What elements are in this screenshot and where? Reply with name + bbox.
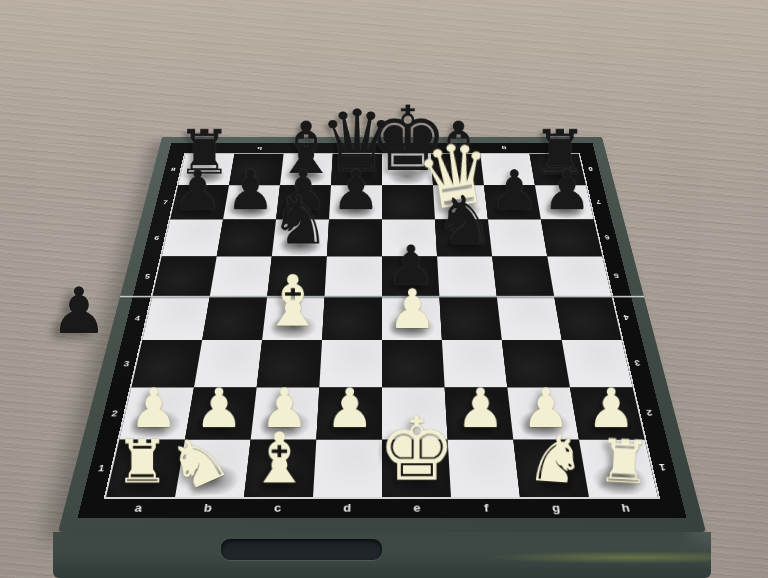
file-label-f: f — [451, 497, 522, 518]
square-b2 — [185, 388, 257, 440]
square-c1 — [244, 440, 316, 497]
file-label-d: d — [333, 143, 382, 153]
square-g5 — [492, 256, 554, 296]
square-e7 — [382, 185, 435, 219]
square-g1 — [513, 440, 589, 497]
file-label-c: c — [242, 497, 313, 518]
file-label-b: b — [171, 497, 244, 518]
file-label-g: g — [479, 143, 529, 153]
square-b1 — [175, 440, 251, 497]
square-d3 — [319, 340, 382, 388]
file-label-b: b — [235, 143, 285, 153]
file-labels-top: abcdefgh — [185, 143, 578, 153]
square-h4 — [554, 297, 621, 341]
square-a2 — [119, 388, 194, 440]
square-h7 — [535, 185, 594, 219]
file-label-d: d — [312, 497, 382, 518]
square-e2 — [382, 388, 448, 440]
square-c4 — [262, 297, 324, 341]
square-d8 — [331, 154, 382, 186]
square-b5 — [210, 256, 272, 296]
square-a7 — [170, 185, 229, 219]
square-g4 — [497, 297, 562, 341]
square-g2 — [507, 388, 579, 440]
square-e5 — [382, 256, 439, 296]
file-label-e: e — [382, 143, 431, 153]
square-b6 — [217, 220, 276, 257]
square-a4 — [142, 297, 209, 341]
square-b3 — [194, 340, 262, 388]
square-h8 — [529, 154, 585, 186]
square-c7 — [276, 185, 331, 219]
square-c8 — [280, 154, 333, 186]
file-label-e: e — [382, 497, 452, 518]
file-labels-bottom: abcdefgh — [101, 497, 662, 518]
square-e6 — [382, 220, 437, 257]
square-e8 — [382, 154, 433, 186]
file-label-f: f — [431, 143, 481, 153]
clasp-notch — [221, 539, 382, 560]
square-c2 — [251, 388, 320, 440]
square-f8 — [431, 154, 484, 186]
chess-board: ♜♝♛♚♝♜♟♟♟♟♛♟♟♞♞♟♝♟♟♟♟♟♟♟♟♜♞♝♚♞♜ abcdefgh… — [58, 0, 706, 532]
square-b8 — [229, 154, 284, 186]
square-d5 — [325, 256, 382, 296]
play-area: ♜♝♛♚♝♜♟♟♟♟♛♟♟♞♞♟♝♟♟♟♟♟♟♟♟♜♞♝♚♞♜ — [106, 154, 658, 497]
square-f3 — [442, 340, 507, 388]
square-f6 — [435, 220, 492, 257]
square-b7 — [223, 185, 280, 219]
square-g7 — [484, 185, 541, 219]
board-label-frame: ♜♝♛♚♝♜♟♟♟♟♛♟♟♞♞♟♝♟♟♟♟♟♟♟♟♜♞♝♚♞♜ abcdefgh… — [78, 143, 687, 517]
square-f1 — [448, 440, 520, 497]
square-e1 — [382, 440, 451, 497]
square-f4 — [439, 297, 501, 341]
square-h5 — [547, 256, 611, 296]
square-d2 — [316, 388, 382, 440]
wooden-table-surface: { "game": "chess", "scene": "overhead ph… — [0, 0, 768, 578]
file-label-g: g — [520, 497, 593, 518]
square-e3 — [382, 340, 445, 388]
chess-scene: ♟ ♜♝♛♚♝♜♟♟♟♟♛♟♟♞♞♟♝♟♟♟♟♟♟♟♟♜♞♝♚♞♜ abcdef… — [0, 0, 768, 578]
square-c3 — [257, 340, 322, 388]
square-f2 — [445, 388, 514, 440]
square-d7 — [329, 185, 382, 219]
square-h6 — [541, 220, 602, 257]
hinge-fold-line — [120, 296, 645, 298]
file-label-h: h — [528, 143, 579, 153]
square-f5 — [437, 256, 497, 296]
square-f7 — [433, 185, 488, 219]
file-label-h: h — [589, 497, 663, 518]
square-d6 — [327, 220, 382, 257]
square-b4 — [202, 297, 267, 341]
file-label-a: a — [185, 143, 236, 153]
square-a3 — [131, 340, 202, 388]
file-label-c: c — [284, 143, 334, 153]
square-a8 — [178, 154, 234, 186]
file-label-a: a — [101, 497, 175, 518]
square-d4 — [322, 297, 382, 341]
square-h3 — [562, 340, 633, 388]
square-e4 — [382, 297, 442, 341]
square-g6 — [488, 220, 547, 257]
square-a6 — [162, 220, 223, 257]
square-g8 — [480, 154, 535, 186]
square-a1 — [106, 440, 185, 497]
square-d1 — [313, 440, 382, 497]
board-frame: ♜♝♛♚♝♜♟♟♟♟♛♟♟♞♞♟♝♟♟♟♟♟♟♟♟♜♞♝♚♞♜ abcdefgh… — [58, 137, 706, 532]
square-a5 — [152, 256, 216, 296]
square-g3 — [502, 340, 570, 388]
square-c6 — [272, 220, 329, 257]
square-c5 — [267, 256, 327, 296]
board-front-edge — [53, 532, 711, 578]
